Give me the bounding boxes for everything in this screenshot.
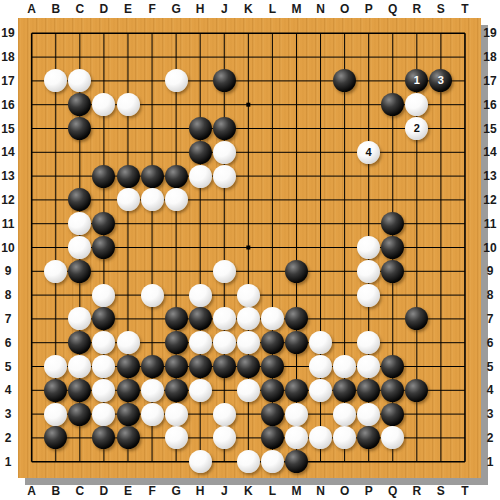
col-label-bottom: C — [75, 484, 84, 498]
white-stone[interactable] — [333, 403, 356, 426]
white-stone[interactable] — [213, 141, 236, 164]
white-stone[interactable] — [92, 403, 115, 426]
col-label-bottom: D — [100, 484, 109, 498]
black-stone[interactable] — [357, 426, 380, 449]
black-stone[interactable] — [92, 426, 115, 449]
board-intersection — [212, 140, 236, 164]
col-label-top: O — [340, 2, 349, 16]
black-stone[interactable] — [117, 403, 140, 426]
white-stone[interactable] — [261, 450, 284, 473]
col-label-top: K — [244, 2, 253, 16]
black-stone[interactable] — [285, 331, 308, 354]
col-label-bottom: A — [27, 484, 36, 498]
row-label-left: 6 — [5, 336, 12, 350]
row-label-right: 11 — [484, 217, 497, 231]
black-stone[interactable] — [68, 260, 91, 283]
black-stone[interactable] — [381, 93, 404, 116]
black-stone[interactable] — [261, 355, 284, 378]
black-stone[interactable] — [165, 355, 188, 378]
white-stone[interactable] — [141, 379, 164, 402]
board-intersection — [140, 378, 164, 402]
board-intersection — [164, 331, 188, 355]
black-stone[interactable] — [213, 355, 236, 378]
black-stone[interactable] — [381, 260, 404, 283]
board-intersection — [381, 402, 405, 426]
col-label-top: J — [221, 2, 228, 16]
row-label-right: 4 — [487, 383, 494, 397]
board-intersection — [357, 378, 381, 402]
white-stone[interactable] — [213, 426, 236, 449]
row-label-left: 11 — [2, 217, 15, 231]
board-intersection — [357, 426, 381, 450]
row-label-right: 2 — [487, 431, 494, 445]
white-stone[interactable] — [237, 331, 260, 354]
board-intersection — [188, 117, 212, 141]
white-stone[interactable] — [285, 426, 308, 449]
white-stone[interactable] — [357, 236, 380, 259]
black-stone[interactable] — [381, 236, 404, 259]
black-stone[interactable] — [92, 165, 115, 188]
board-intersection — [68, 93, 92, 117]
col-label-top: E — [124, 2, 132, 16]
board-intersection — [164, 164, 188, 188]
black-stone[interactable] — [92, 212, 115, 235]
black-stone[interactable] — [68, 379, 91, 402]
board-intersection — [212, 259, 236, 283]
row-label-left: 17 — [1, 74, 14, 88]
stones-grid: 1324 — [20, 21, 477, 473]
white-stone[interactable] — [357, 260, 380, 283]
board-intersection — [188, 140, 212, 164]
board-intersection — [116, 355, 140, 379]
col-label-top: B — [51, 2, 60, 16]
black-stone[interactable] — [117, 165, 140, 188]
board-intersection — [92, 283, 116, 307]
col-label-bottom: O — [340, 484, 349, 498]
black-stone[interactable] — [261, 403, 284, 426]
white-stone[interactable] — [68, 236, 91, 259]
black-stone[interactable] — [189, 141, 212, 164]
black-stone[interactable] — [261, 379, 284, 402]
col-label-bottom: P — [365, 484, 373, 498]
board-intersection — [212, 402, 236, 426]
white-stone[interactable] — [237, 379, 260, 402]
white-stone[interactable] — [68, 355, 91, 378]
white-stone[interactable] — [165, 403, 188, 426]
white-stone[interactable] — [357, 355, 380, 378]
board-intersection — [188, 355, 212, 379]
black-stone[interactable] — [165, 331, 188, 354]
board-intersection — [188, 378, 212, 402]
black-stone[interactable] — [405, 307, 428, 330]
black-stone[interactable] — [165, 307, 188, 330]
white-stone[interactable] — [44, 260, 67, 283]
board-intersection — [236, 283, 260, 307]
row-label-right: 3 — [487, 407, 494, 421]
board-intersection — [236, 355, 260, 379]
white-stone[interactable] — [213, 165, 236, 188]
col-label-bottom: S — [437, 484, 445, 498]
white-stone[interactable] — [381, 426, 404, 449]
board-intersection — [260, 402, 284, 426]
col-label-bottom: N — [316, 484, 325, 498]
board-intersection — [68, 117, 92, 141]
board-intersection — [236, 450, 260, 474]
board-intersection — [164, 188, 188, 212]
white-stone[interactable] — [141, 284, 164, 307]
board-intersection — [260, 355, 284, 379]
col-label-bottom: F — [148, 484, 155, 498]
board-intersection — [357, 259, 381, 283]
white-stone[interactable] — [357, 403, 380, 426]
board-intersection — [92, 93, 116, 117]
board-intersection — [68, 331, 92, 355]
white-stone[interactable] — [68, 212, 91, 235]
board-intersection — [68, 355, 92, 379]
board-intersection — [140, 164, 164, 188]
row-label-right: 7 — [487, 312, 494, 326]
board-intersection — [44, 259, 68, 283]
board-intersection — [236, 331, 260, 355]
board-intersection — [140, 355, 164, 379]
board-intersection: 2 — [405, 117, 429, 141]
white-stone[interactable] — [405, 93, 428, 116]
row-label-left: 14 — [1, 145, 14, 159]
white-stone[interactable]: 4 — [357, 141, 380, 164]
board-intersection — [284, 259, 308, 283]
row-label-left: 9 — [5, 264, 12, 278]
board-intersection — [68, 188, 92, 212]
board-intersection — [260, 450, 284, 474]
board-intersection — [140, 188, 164, 212]
board-intersection — [92, 331, 116, 355]
board-intersection — [212, 355, 236, 379]
white-stone[interactable] — [333, 355, 356, 378]
board-intersection — [140, 283, 164, 307]
board-intersection — [164, 402, 188, 426]
board-intersection — [92, 426, 116, 450]
board-intersection — [333, 402, 357, 426]
row-label-right: 14 — [483, 145, 496, 159]
black-stone[interactable] — [92, 236, 115, 259]
board-intersection — [164, 426, 188, 450]
black-stone[interactable] — [117, 355, 140, 378]
black-stone[interactable] — [189, 355, 212, 378]
black-stone[interactable] — [333, 379, 356, 402]
black-stone[interactable] — [68, 403, 91, 426]
board-intersection — [381, 378, 405, 402]
board-intersection — [188, 307, 212, 331]
white-stone[interactable] — [237, 284, 260, 307]
board-intersection — [116, 378, 140, 402]
row-label-left: 2 — [5, 431, 12, 445]
col-label-bottom: H — [196, 484, 205, 498]
board-intersection — [116, 164, 140, 188]
col-label-top: Q — [388, 2, 397, 16]
black-stone[interactable] — [92, 307, 115, 330]
black-stone[interactable] — [213, 117, 236, 140]
black-stone[interactable] — [261, 331, 284, 354]
white-stone[interactable] — [92, 93, 115, 116]
white-stone[interactable] — [213, 307, 236, 330]
row-label-right: 1 — [487, 455, 494, 469]
move-number-label: 1 — [414, 69, 420, 92]
board-intersection — [188, 164, 212, 188]
col-label-bottom: L — [269, 484, 276, 498]
board-intersection — [212, 69, 236, 93]
black-stone[interactable] — [333, 69, 356, 92]
board-intersection — [308, 331, 332, 355]
black-stone[interactable] — [285, 450, 308, 473]
row-label-right: 10 — [483, 241, 496, 255]
black-stone[interactable] — [117, 379, 140, 402]
col-label-bottom: Q — [388, 484, 397, 498]
board-intersection — [405, 307, 429, 331]
board-intersection — [357, 236, 381, 260]
black-stone[interactable] — [381, 355, 404, 378]
move-number-label: 3 — [438, 69, 444, 92]
board-intersection — [260, 331, 284, 355]
board-intersection — [357, 402, 381, 426]
row-label-left: 13 — [1, 169, 14, 183]
black-stone[interactable]: 1 — [405, 69, 428, 92]
white-stone[interactable] — [237, 307, 260, 330]
col-label-bottom: J — [221, 484, 228, 498]
board-intersection: 4 — [357, 140, 381, 164]
board-intersection — [284, 402, 308, 426]
white-stone[interactable] — [92, 331, 115, 354]
black-stone[interactable] — [141, 355, 164, 378]
black-stone[interactable] — [237, 355, 260, 378]
black-stone[interactable] — [68, 331, 91, 354]
board-intersection — [212, 307, 236, 331]
black-stone[interactable] — [285, 260, 308, 283]
white-stone[interactable] — [68, 69, 91, 92]
board-intersection — [164, 69, 188, 93]
board-intersection — [44, 402, 68, 426]
row-label-right: 12 — [483, 193, 496, 207]
board-intersection — [44, 378, 68, 402]
board-intersection — [308, 378, 332, 402]
row-label-right: 18 — [483, 50, 496, 64]
white-stone[interactable] — [261, 307, 284, 330]
board-intersection — [92, 355, 116, 379]
move-number-label: 4 — [366, 141, 372, 164]
board-intersection — [284, 426, 308, 450]
board-intersection — [164, 307, 188, 331]
board-intersection — [236, 307, 260, 331]
row-label-right: 19 — [483, 26, 496, 40]
black-stone[interactable] — [381, 212, 404, 235]
white-stone[interactable] — [117, 331, 140, 354]
board-intersection — [164, 355, 188, 379]
board-intersection — [357, 331, 381, 355]
white-stone[interactable] — [68, 307, 91, 330]
board-intersection — [92, 402, 116, 426]
black-stone[interactable] — [189, 117, 212, 140]
row-label-left: 1 — [5, 455, 12, 469]
row-label-right: 17 — [483, 74, 496, 88]
row-label-right: 9 — [487, 264, 494, 278]
board-intersection — [212, 164, 236, 188]
black-stone[interactable] — [44, 379, 67, 402]
board-intersection — [116, 426, 140, 450]
white-stone[interactable] — [357, 284, 380, 307]
board-intersection — [212, 117, 236, 141]
board-intersection — [164, 378, 188, 402]
board-intersection — [188, 331, 212, 355]
white-stone[interactable] — [92, 284, 115, 307]
white-stone[interactable] — [309, 355, 332, 378]
board-intersection — [381, 259, 405, 283]
board-intersection — [260, 307, 284, 331]
col-label-top: H — [196, 2, 205, 16]
white-stone[interactable] — [165, 69, 188, 92]
white-stone[interactable] — [213, 331, 236, 354]
board-intersection — [92, 307, 116, 331]
board-intersection — [116, 93, 140, 117]
white-stone[interactable] — [213, 260, 236, 283]
row-label-left: 3 — [5, 407, 12, 421]
black-stone[interactable] — [213, 69, 236, 92]
row-label-right: 13 — [483, 169, 496, 183]
col-label-bottom: E — [124, 484, 132, 498]
go-game-view: 1324 AABBCCDDEEFFGGHHJJKKLLMMNNOOPPQQRRS… — [0, 0, 500, 500]
board-intersection — [44, 69, 68, 93]
board-intersection — [260, 378, 284, 402]
black-stone[interactable] — [261, 426, 284, 449]
board-intersection — [68, 307, 92, 331]
white-stone[interactable] — [189, 165, 212, 188]
white-stone[interactable] — [117, 188, 140, 211]
col-label-top: S — [437, 2, 445, 16]
white-stone[interactable] — [92, 355, 115, 378]
white-stone[interactable] — [92, 379, 115, 402]
board-intersection — [68, 378, 92, 402]
white-stone[interactable] — [357, 331, 380, 354]
board-intersection — [92, 212, 116, 236]
white-stone[interactable] — [237, 450, 260, 473]
white-stone[interactable] — [189, 331, 212, 354]
black-stone[interactable]: 3 — [429, 69, 452, 92]
white-stone[interactable] — [141, 188, 164, 211]
row-label-left: 10 — [1, 241, 14, 255]
white-stone[interactable] — [189, 379, 212, 402]
board-intersection — [405, 378, 429, 402]
white-stone[interactable] — [165, 188, 188, 211]
black-stone[interactable] — [189, 307, 212, 330]
row-label-left: 7 — [5, 312, 12, 326]
white-stone[interactable] — [309, 379, 332, 402]
black-stone[interactable] — [285, 307, 308, 330]
board-intersection — [68, 402, 92, 426]
white-stone[interactable] — [44, 355, 67, 378]
board-intersection — [236, 378, 260, 402]
row-label-right: 15 — [483, 122, 496, 136]
board-intersection — [260, 426, 284, 450]
board-intersection: 1 — [405, 69, 429, 93]
white-stone[interactable] — [117, 93, 140, 116]
white-stone[interactable] — [285, 403, 308, 426]
row-label-right: 8 — [487, 288, 494, 302]
board-intersection — [188, 450, 212, 474]
black-stone[interactable] — [381, 403, 404, 426]
board-intersection — [284, 378, 308, 402]
white-stone[interactable] — [141, 403, 164, 426]
col-label-top: L — [269, 2, 276, 16]
board-intersection — [68, 69, 92, 93]
board-intersection — [308, 355, 332, 379]
col-label-top: M — [291, 2, 301, 16]
white-stone[interactable]: 2 — [405, 117, 428, 140]
board-intersection — [68, 236, 92, 260]
board-intersection — [188, 283, 212, 307]
row-label-left: 18 — [1, 50, 14, 64]
white-stone[interactable] — [309, 331, 332, 354]
board-intersection — [381, 236, 405, 260]
black-stone[interactable] — [141, 165, 164, 188]
col-label-top: D — [100, 2, 109, 16]
col-label-top: T — [461, 2, 468, 16]
white-stone[interactable] — [309, 426, 332, 449]
col-label-bottom: G — [171, 484, 180, 498]
board-intersection — [212, 426, 236, 450]
black-stone[interactable] — [381, 379, 404, 402]
board-intersection — [92, 164, 116, 188]
black-stone[interactable] — [68, 188, 91, 211]
black-stone[interactable] — [165, 165, 188, 188]
board-intersection — [68, 212, 92, 236]
board-intersection — [381, 212, 405, 236]
board-intersection — [381, 355, 405, 379]
white-stone[interactable] — [44, 69, 67, 92]
board-intersection — [333, 426, 357, 450]
black-stone[interactable] — [165, 379, 188, 402]
black-stone[interactable] — [405, 379, 428, 402]
board-intersection — [140, 402, 164, 426]
board-intersection — [68, 259, 92, 283]
row-label-left: 8 — [5, 288, 12, 302]
black-stone[interactable] — [44, 426, 67, 449]
white-stone[interactable] — [44, 403, 67, 426]
white-stone[interactable] — [333, 426, 356, 449]
black-stone[interactable] — [68, 117, 91, 140]
row-label-left: 16 — [1, 98, 14, 112]
black-stone[interactable] — [357, 379, 380, 402]
board-intersection — [357, 355, 381, 379]
black-stone[interactable] — [285, 379, 308, 402]
board-intersection — [333, 355, 357, 379]
row-label-left: 19 — [1, 26, 14, 40]
black-stone[interactable] — [68, 93, 91, 116]
white-stone[interactable] — [189, 450, 212, 473]
row-label-left: 5 — [5, 360, 12, 374]
move-number-label: 2 — [414, 117, 420, 140]
board-intersection — [212, 331, 236, 355]
col-label-top: R — [412, 2, 421, 16]
board-intersection — [381, 426, 405, 450]
board-intersection — [357, 283, 381, 307]
col-label-bottom: R — [412, 484, 421, 498]
white-stone[interactable] — [165, 426, 188, 449]
black-stone[interactable] — [117, 426, 140, 449]
col-label-top: A — [27, 2, 36, 16]
board-intersection — [92, 236, 116, 260]
white-stone[interactable] — [213, 403, 236, 426]
col-label-top: F — [148, 2, 155, 16]
white-stone[interactable] — [189, 284, 212, 307]
board-intersection: 3 — [429, 69, 453, 93]
